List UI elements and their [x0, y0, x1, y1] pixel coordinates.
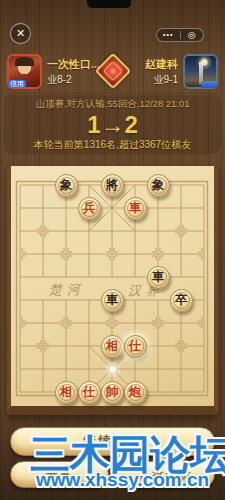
app-screen: ✕ ••• ◎ 信用 一次性口... 业8-2 赵建科 业9-1 山顶赛,对方认… [0, 0, 225, 500]
piece-red-相[interactable]: 相 [55, 381, 78, 404]
river-label-left: 楚河 [49, 281, 85, 299]
close-icon: ✕ [16, 27, 25, 40]
piece-black-卒[interactable]: 卒 [170, 289, 193, 312]
rank-change-text: 1→2 [5, 112, 220, 138]
exit-circle-icon[interactable]: ◎ [181, 29, 204, 41]
piece-red-車[interactable]: 車 [124, 197, 147, 220]
piece-red-炮[interactable]: 炮 [124, 381, 147, 404]
piece-red-帥[interactable]: 帥 [101, 381, 124, 404]
left-player-avatar[interactable]: 信用 [7, 54, 42, 89]
piece-red-仕[interactable]: 仕 [78, 381, 101, 404]
left-player-name: 一次性口... [47, 57, 100, 72]
right-player-avatar[interactable] [183, 54, 218, 89]
piece-red-仕[interactable]: 仕 [124, 335, 147, 358]
player-bar: 信用 一次性口... 业8-2 赵建科 业9-1 [0, 52, 225, 92]
piece-black-車[interactable]: 車 [101, 289, 124, 312]
rank-detail-text: 本轮当前第1316名,超过3367位棋友 [5, 138, 220, 152]
last-move-from-marker [108, 365, 117, 374]
piece-red-相[interactable]: 相 [101, 335, 124, 358]
right-player-rank: 业9-1 [154, 73, 178, 87]
piece-black-車[interactable]: 車 [147, 266, 170, 289]
close-button[interactable]: ✕ [10, 23, 31, 44]
result-panel: 山顶赛,对方认输,55回合,12/28 21:01 1→2 本轮当前第1316名… [4, 93, 221, 154]
match-status-text: 山顶赛,对方认输,55回合,12/28 21:01 [5, 98, 220, 111]
right-avatar-badge [201, 81, 217, 88]
phone-notch [87, 0, 131, 8]
piece-red-兵[interactable]: 兵 [78, 197, 101, 220]
miniprogram-capsule: ••• ◎ [156, 28, 204, 42]
board-inner: 楚河 汉界 象將象兵車車車卒相仕相仕帥炮 [11, 166, 214, 406]
watermark-url: www.xhssy.com.cn [36, 469, 209, 491]
piece-black-將[interactable]: 將 [101, 174, 124, 197]
piece-black-象[interactable]: 象 [55, 174, 78, 197]
left-avatar-badge: 信用 [8, 80, 26, 88]
left-player-rank: 业8-2 [47, 73, 71, 87]
more-menu-icon[interactable]: ••• [157, 29, 180, 41]
xiangqi-board[interactable]: 楚河 汉界 象將象兵車車車卒相仕相仕帥炮 [7, 166, 218, 415]
right-player-name: 赵建科 [145, 57, 178, 72]
piece-black-象[interactable]: 象 [147, 174, 170, 197]
